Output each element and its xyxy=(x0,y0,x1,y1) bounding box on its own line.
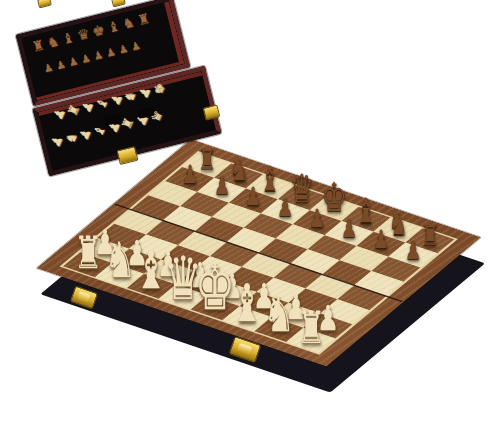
piece-black-pawn-c7[interactable]: ♟ xyxy=(245,184,261,209)
piece-black-pawn-g7[interactable]: ♟ xyxy=(373,228,389,253)
piece-white-bishop-f1[interactable]: ♝ xyxy=(230,277,263,329)
box-piece-dark-pawn: ♟ xyxy=(130,40,142,53)
box-hinge-icon xyxy=(37,0,52,8)
box-piece-dark-rook: ♜ xyxy=(136,11,152,28)
box-piece-dark-pawn: ♟ xyxy=(105,46,117,59)
box-piece-dark-queen: ♛ xyxy=(76,26,92,43)
box-piece-dark-pawn: ♟ xyxy=(80,52,92,65)
box-piece-dark-bishop: ♝ xyxy=(60,30,76,47)
box-piece-dark-pawn: ♟ xyxy=(42,62,54,75)
piece-white-knight-b1[interactable]: ♞ xyxy=(104,236,136,285)
piece-black-rook-h8[interactable]: ♜ xyxy=(421,221,439,250)
piece-black-knight-b8[interactable]: ♞ xyxy=(229,154,249,185)
box-piece-dark-pawn: ♟ xyxy=(92,49,104,62)
box-piece-dark-bishop: ♝ xyxy=(106,18,122,35)
box-clasp-front-icon xyxy=(116,146,138,165)
box-piece-dark-knight: ♞ xyxy=(121,15,137,32)
box-piece-dark-king: ♚ xyxy=(91,22,107,39)
piece-black-pawn-h7[interactable]: ♟ xyxy=(405,238,421,263)
piece-black-pawn-f7[interactable]: ♟ xyxy=(341,217,357,242)
piece-white-knight-g1[interactable]: ♞ xyxy=(263,290,295,339)
box-piece-light-pawn: ♟ xyxy=(136,84,153,100)
piece-white-rook-a1[interactable]: ♜ xyxy=(73,230,102,275)
box-piece-dark-pawn: ♟ xyxy=(117,43,129,56)
piece-black-pawn-e7[interactable]: ♟ xyxy=(309,206,325,231)
box-piece-dark-pawn: ♟ xyxy=(55,59,67,72)
piece-white-rook-h1[interactable]: ♜ xyxy=(296,305,325,350)
piece-black-bishop-f8[interactable]: ♝ xyxy=(355,195,376,228)
piece-black-pawn-d7[interactable]: ♟ xyxy=(277,195,293,220)
box-hinge-icon xyxy=(111,0,126,7)
piece-black-queen-d8[interactable]: ♛ xyxy=(290,168,315,207)
product-photo-stage: ♜♞♝♛♚♝♞♜♟♟♟♟♟♟♟♟♟♟♟♟♟♟♟♟♜♞♝♛♚♝♞♜ ♜♞♝♛♚♝♞… xyxy=(0,0,500,426)
box-piece-dark-knight: ♞ xyxy=(45,33,61,50)
box-piece-dark-pawn: ♟ xyxy=(67,55,79,68)
piece-white-king-e1[interactable]: ♚ xyxy=(195,256,235,319)
box-piece-light-king: ♚ xyxy=(150,81,167,97)
piece-black-knight-g8[interactable]: ♞ xyxy=(388,208,408,239)
storage-box: ♜♞♝♛♚♝♞♜ ♟♟♟♟♟♟♟♟ ♟♜♟♝♟♞♟♚ ♟♞♟♝♟♜♟♛ xyxy=(8,0,230,180)
piece-black-bishop-c8[interactable]: ♝ xyxy=(260,163,281,196)
box-piece-dark-rook: ♜ xyxy=(30,37,46,54)
